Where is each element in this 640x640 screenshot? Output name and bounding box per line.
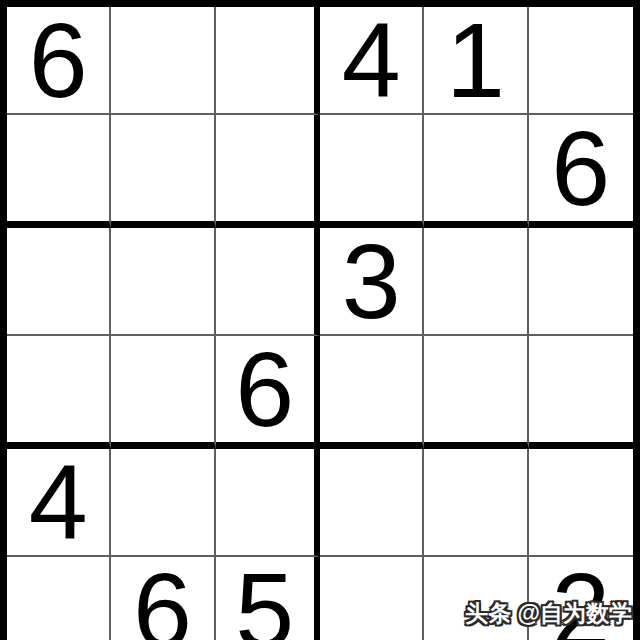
cell-r4c6[interactable] xyxy=(529,336,633,449)
cell-r2c6[interactable]: 6 xyxy=(529,115,633,228)
cell-r4c3[interactable]: 6 xyxy=(216,336,320,449)
cell-r6c2[interactable]: 6 xyxy=(111,557,215,640)
cell-r5c6[interactable] xyxy=(529,449,633,557)
cell-r6c3[interactable]: 5 xyxy=(216,557,320,640)
cell-r3c6[interactable] xyxy=(529,228,633,336)
cell-r3c3[interactable] xyxy=(216,228,320,336)
cell-r3c4[interactable]: 3 xyxy=(320,228,424,336)
sudoku-page: 6416364652 头条 @自为数学 xyxy=(0,0,640,640)
cell-r4c5[interactable] xyxy=(424,336,528,449)
cell-r2c1[interactable] xyxy=(7,115,111,228)
cell-r1c2[interactable] xyxy=(111,7,215,115)
cell-r2c4[interactable] xyxy=(320,115,424,228)
watermark-text: 头条 @自为数学 xyxy=(465,598,632,629)
cell-r1c4[interactable]: 4 xyxy=(320,7,424,115)
cell-r5c3[interactable] xyxy=(216,449,320,557)
sudoku-board: 6416364652 xyxy=(0,0,640,640)
cell-r5c5[interactable] xyxy=(424,449,528,557)
cell-r1c3[interactable] xyxy=(216,7,320,115)
cell-r6c4[interactable] xyxy=(320,557,424,640)
cell-r4c1[interactable] xyxy=(7,336,111,449)
cell-r4c4[interactable] xyxy=(320,336,424,449)
cell-r3c2[interactable] xyxy=(111,228,215,336)
cell-r6c1[interactable] xyxy=(7,557,111,640)
cell-r3c1[interactable] xyxy=(7,228,111,336)
cell-r3c5[interactable] xyxy=(424,228,528,336)
cell-r4c2[interactable] xyxy=(111,336,215,449)
cell-r1c1[interactable]: 6 xyxy=(7,7,111,115)
cell-r5c2[interactable] xyxy=(111,449,215,557)
cell-r2c3[interactable] xyxy=(216,115,320,228)
cell-r1c6[interactable] xyxy=(529,7,633,115)
cell-r1c5[interactable]: 1 xyxy=(424,7,528,115)
cell-r2c2[interactable] xyxy=(111,115,215,228)
cell-r2c5[interactable] xyxy=(424,115,528,228)
cell-r5c4[interactable] xyxy=(320,449,424,557)
cell-r5c1[interactable]: 4 xyxy=(7,449,111,557)
